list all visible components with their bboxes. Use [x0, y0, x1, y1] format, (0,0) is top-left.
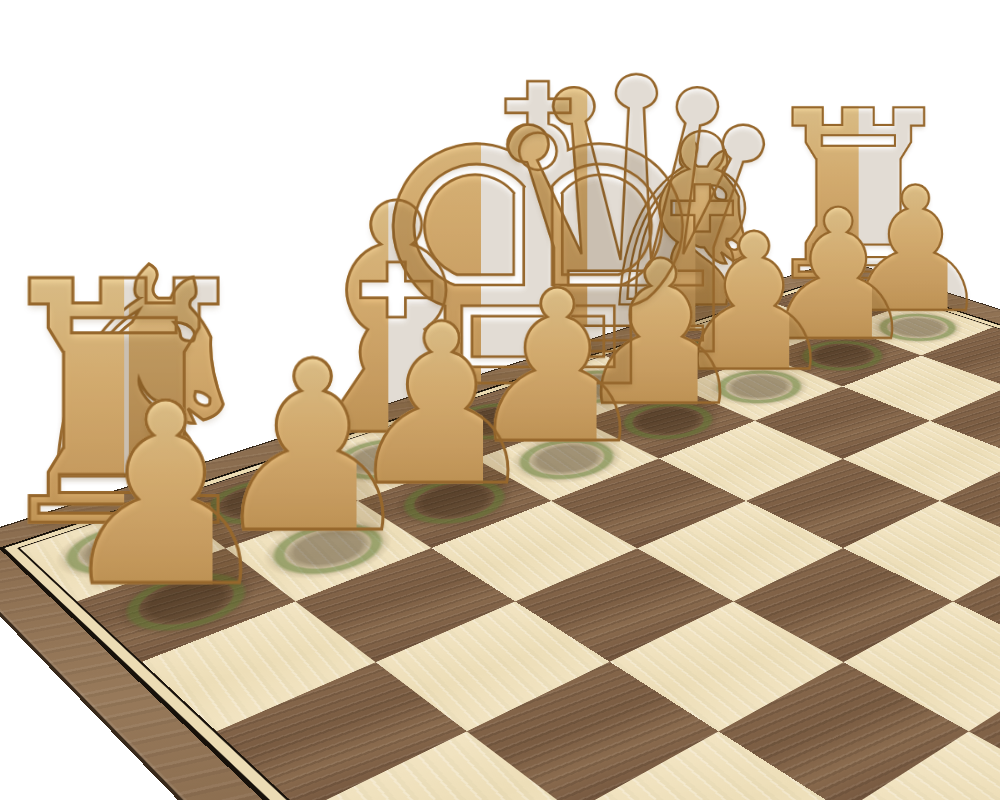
square-e5[interactable]: [734, 548, 953, 662]
piece-white-pawn-h2[interactable]: ♟: [54, 371, 212, 621]
product-photo-scene: ♜♟♞♟♝♟♛♟♚♟♝♟♞♟♜♟: [0, 0, 1000, 800]
chess-board: ♜♟♞♟♝♟♛♟♚♟♝♟♞♟♜♟: [0, 259, 1000, 800]
board-playing-area: ♜♟♞♟♝♟♛♟♚♟♝♟♞♟♜♟: [20, 277, 1000, 800]
